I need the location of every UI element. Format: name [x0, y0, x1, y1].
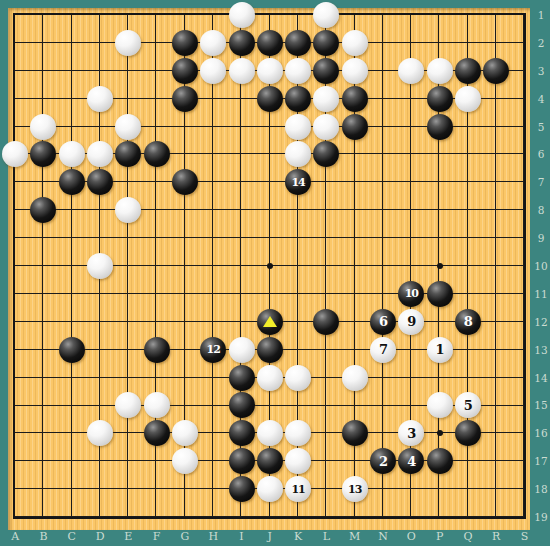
intersection-L3	[312, 57, 340, 85]
move-number-label: 6	[379, 315, 387, 328]
intersection-O16: 3	[397, 419, 425, 447]
white-stone-C6[interactable]	[59, 141, 85, 167]
intersection-N17: 2	[369, 447, 397, 475]
black-stone-J2[interactable]	[257, 30, 283, 56]
row-label-14: 14	[533, 364, 549, 392]
row-label-4: 4	[533, 85, 549, 113]
white-stone-E2[interactable]	[115, 30, 141, 56]
intersection-M3	[341, 57, 369, 85]
row-label-13: 13	[533, 336, 549, 364]
row-label-10: 10	[533, 252, 549, 280]
column-labels: ABCDEFGHIJKLMNOPQRS	[1, 528, 539, 544]
black-stone-B8[interactable]	[30, 197, 56, 223]
move-number-label: 2	[379, 455, 387, 468]
move-number-label: 7	[379, 343, 387, 356]
intersection-G3	[171, 57, 199, 85]
black-stone-G2[interactable]	[172, 30, 198, 56]
intersection-I3	[227, 57, 255, 85]
intersection-Q12: 8	[454, 308, 482, 336]
black-stone-L2[interactable]	[313, 30, 339, 56]
intersection-E15	[114, 391, 142, 419]
intersection-K14	[284, 364, 312, 392]
intersection-I13	[227, 336, 255, 364]
white-stone-J14[interactable]	[257, 365, 283, 391]
black-stone-Q12[interactable]: 8	[455, 309, 481, 335]
intersection-O3	[397, 57, 425, 85]
white-stone-E8[interactable]	[115, 197, 141, 223]
column-label-D: D	[86, 528, 114, 544]
white-stone-B5[interactable]	[30, 114, 56, 140]
intersection-K4	[284, 85, 312, 113]
white-stone-P15[interactable]	[427, 392, 453, 418]
intersection-G7	[171, 168, 199, 196]
move-number-label: 4	[407, 455, 415, 468]
black-stone-L6[interactable]	[313, 141, 339, 167]
intersection-I2	[227, 29, 255, 57]
intersection-L5	[312, 113, 340, 141]
intersection-L2	[312, 29, 340, 57]
row-label-18: 18	[533, 475, 549, 503]
black-stone-R3[interactable]	[483, 58, 509, 84]
black-stone-N12[interactable]: 6	[370, 309, 396, 335]
intersection-I17	[227, 447, 255, 475]
intersection-O17: 4	[397, 447, 425, 475]
white-stone-M18[interactable]: 13	[342, 476, 368, 502]
row-label-7: 7	[533, 168, 549, 196]
intersection-F16	[142, 419, 170, 447]
column-label-L: L	[312, 528, 340, 544]
intersection-I16	[227, 419, 255, 447]
intersection-I14	[227, 364, 255, 392]
row-label-2: 2	[533, 29, 549, 57]
black-stone-B6[interactable]	[30, 141, 56, 167]
white-stone-K5[interactable]	[285, 114, 311, 140]
row-label-15: 15	[533, 391, 549, 419]
star-point-dot	[437, 263, 443, 269]
intersection-C7	[58, 168, 86, 196]
move-number-label: 12	[207, 344, 220, 355]
move-number-label: 5	[464, 399, 472, 412]
row-label-6: 6	[533, 140, 549, 168]
intersection-C13	[58, 336, 86, 364]
intersection-O12: 9	[397, 308, 425, 336]
white-stone-K6[interactable]	[285, 141, 311, 167]
white-stone-E5[interactable]	[115, 114, 141, 140]
column-label-F: F	[142, 528, 170, 544]
black-stone-G3[interactable]	[172, 58, 198, 84]
star-point-dot	[267, 263, 273, 269]
intersection-J13	[256, 336, 284, 364]
white-stone-P3[interactable]	[427, 58, 453, 84]
move-number-label: 13	[348, 484, 361, 495]
black-stone-L3[interactable]	[313, 58, 339, 84]
black-stone-G4[interactable]	[172, 86, 198, 112]
intersection-E2	[114, 29, 142, 57]
intersection-I1	[227, 1, 255, 29]
black-stone-Q3[interactable]	[455, 58, 481, 84]
row-label-1: 1	[533, 1, 549, 29]
intersection-L1	[312, 1, 340, 29]
intersection-I15	[227, 391, 255, 419]
intersection-H13: 12	[199, 336, 227, 364]
black-stone-Q16[interactable]	[455, 420, 481, 446]
intersection-K18: 11	[284, 475, 312, 503]
white-stone-H2[interactable]	[200, 30, 226, 56]
intersection-A6	[1, 140, 29, 168]
black-stone-I16[interactable]	[229, 420, 255, 446]
intersection-J14	[256, 364, 284, 392]
intersection-K3	[284, 57, 312, 85]
intersection-D6	[86, 140, 114, 168]
black-stone-F6[interactable]	[144, 141, 170, 167]
column-label-O: O	[397, 528, 425, 544]
column-label-E: E	[114, 528, 142, 544]
intersection-M18: 13	[341, 475, 369, 503]
intersection-G2	[171, 29, 199, 57]
column-label-A: A	[1, 528, 29, 544]
intersection-P17	[425, 447, 453, 475]
intersection-B8	[29, 196, 57, 224]
intersection-D10	[86, 252, 114, 280]
black-stone-J4[interactable]	[257, 86, 283, 112]
column-label-B: B	[29, 528, 57, 544]
column-label-H: H	[199, 528, 227, 544]
intersection-J16	[256, 419, 284, 447]
black-stone-F16[interactable]	[144, 420, 170, 446]
row-label-12: 12	[533, 308, 549, 336]
row-label-3: 3	[533, 57, 549, 85]
white-stone-O12[interactable]: 9	[398, 309, 424, 335]
intersection-M5	[341, 113, 369, 141]
intersection-G4	[171, 85, 199, 113]
intersection-K7: 14	[284, 168, 312, 196]
black-stone-C7[interactable]	[59, 169, 85, 195]
white-stone-A6[interactable]	[2, 141, 28, 167]
black-stone-M16[interactable]	[342, 420, 368, 446]
row-label-16: 16	[533, 419, 549, 447]
black-stone-J17[interactable]	[257, 448, 283, 474]
intersection-F13	[142, 336, 170, 364]
black-stone-D7[interactable]	[87, 169, 113, 195]
black-stone-P5[interactable]	[427, 114, 453, 140]
column-label-G: G	[171, 528, 199, 544]
row-label-17: 17	[533, 447, 549, 475]
intersection-J3	[256, 57, 284, 85]
column-label-P: P	[425, 528, 453, 544]
move-number-label: 8	[464, 315, 472, 328]
white-stone-M3[interactable]	[342, 58, 368, 84]
intersection-E6	[114, 140, 142, 168]
intersection-J17	[256, 447, 284, 475]
white-stone-D4[interactable]	[87, 86, 113, 112]
black-stone-I14[interactable]	[229, 365, 255, 391]
black-stone-I15[interactable]	[229, 392, 255, 418]
intersection-J2	[256, 29, 284, 57]
intersection-M4	[341, 85, 369, 113]
white-stone-M14[interactable]	[342, 365, 368, 391]
intersection-N12: 6	[369, 308, 397, 336]
row-labels: 12345678910111213141516171819	[533, 1, 549, 531]
white-stone-L5[interactable]	[313, 114, 339, 140]
intersection-C6	[58, 140, 86, 168]
intersection-M14	[341, 364, 369, 392]
intersection-D16	[86, 419, 114, 447]
white-stone-I3[interactable]	[229, 58, 255, 84]
white-stone-M2[interactable]	[342, 30, 368, 56]
row-label-11: 11	[533, 280, 549, 308]
black-stone-O11[interactable]: 10	[398, 281, 424, 307]
row-label-9: 9	[533, 224, 549, 252]
intersection-P5	[425, 113, 453, 141]
move-number-label: 10	[405, 288, 418, 299]
intersection-J4	[256, 85, 284, 113]
intersection-N13: 7	[369, 336, 397, 364]
intersection-P3	[425, 57, 453, 85]
white-stone-L4[interactable]	[313, 86, 339, 112]
intersection-D7	[86, 168, 114, 196]
black-stone-G7[interactable]	[172, 169, 198, 195]
white-stone-E15[interactable]	[115, 392, 141, 418]
white-stone-O3[interactable]	[398, 58, 424, 84]
star-point-J10	[256, 252, 284, 280]
black-stone-I18[interactable]	[229, 476, 255, 502]
move-number-label: 3	[407, 427, 415, 440]
intersection-Q3	[454, 57, 482, 85]
intersection-Q4	[454, 85, 482, 113]
black-stone-K7[interactable]: 14	[285, 169, 311, 195]
white-stone-I13[interactable]	[229, 337, 255, 363]
white-stone-J16[interactable]	[257, 420, 283, 446]
move-number-label: 11	[291, 484, 304, 495]
white-stone-K17[interactable]	[285, 448, 311, 474]
intersection-K16	[284, 419, 312, 447]
black-stone-C13[interactable]	[59, 337, 85, 363]
white-stone-N13[interactable]: 7	[370, 337, 396, 363]
intersection-L4	[312, 85, 340, 113]
intersection-H3	[199, 57, 227, 85]
white-stone-O16[interactable]: 3	[398, 420, 424, 446]
white-stone-Q4[interactable]	[455, 86, 481, 112]
white-stone-G17[interactable]	[172, 448, 198, 474]
white-stone-D16[interactable]	[87, 420, 113, 446]
intersection-G17	[171, 447, 199, 475]
black-stone-J13[interactable]	[257, 337, 283, 363]
star-point-dot	[437, 430, 443, 436]
black-stone-M4[interactable]	[342, 86, 368, 112]
star-point-P10	[425, 252, 453, 280]
black-stone-H13[interactable]: 12	[200, 337, 226, 363]
intersection-J18	[256, 475, 284, 503]
white-stone-K18[interactable]: 11	[285, 476, 311, 502]
white-stone-P13[interactable]: 1	[427, 337, 453, 363]
intersection-K6	[284, 140, 312, 168]
column-label-N: N	[369, 528, 397, 544]
column-label-I: I	[227, 528, 255, 544]
black-stone-P4[interactable]	[427, 86, 453, 112]
column-label-M: M	[341, 528, 369, 544]
move-number-label: 9	[407, 315, 415, 328]
column-label-C: C	[58, 528, 86, 544]
intersection-Q16	[454, 419, 482, 447]
move-number-label: 14	[291, 177, 304, 188]
black-stone-N17[interactable]: 2	[370, 448, 396, 474]
intersection-O11: 10	[397, 280, 425, 308]
white-stone-K16[interactable]	[285, 420, 311, 446]
intersection-F15	[142, 391, 170, 419]
white-stone-J3[interactable]	[257, 58, 283, 84]
white-stone-F15[interactable]	[144, 392, 170, 418]
star-point-P16	[425, 419, 453, 447]
intersection-I18	[227, 475, 255, 503]
black-stone-P11[interactable]	[427, 281, 453, 307]
stones-layer: 1410698127153241113	[1, 1, 539, 531]
white-stone-K3[interactable]	[285, 58, 311, 84]
black-stone-E6[interactable]	[115, 141, 141, 167]
black-stone-P17[interactable]	[427, 448, 453, 474]
black-stone-O17[interactable]: 4	[398, 448, 424, 474]
intersection-R3	[482, 57, 510, 85]
intersection-P15	[425, 391, 453, 419]
white-stone-D10[interactable]	[87, 253, 113, 279]
intersection-J12	[256, 308, 284, 336]
black-stone-J12[interactable]	[257, 309, 283, 335]
intersection-P13: 1	[425, 336, 453, 364]
row-label-19: 19	[533, 503, 549, 531]
column-label-R: R	[482, 528, 510, 544]
white-stone-Q15[interactable]: 5	[455, 392, 481, 418]
white-stone-K14[interactable]	[285, 365, 311, 391]
intersection-P4	[425, 85, 453, 113]
intersection-B6	[29, 140, 57, 168]
intersection-H2	[199, 29, 227, 57]
row-label-8: 8	[533, 196, 549, 224]
intersection-M2	[341, 29, 369, 57]
black-stone-M5[interactable]	[342, 114, 368, 140]
intersection-E5	[114, 113, 142, 141]
column-label-Q: Q	[454, 528, 482, 544]
black-stone-K4[interactable]	[285, 86, 311, 112]
intersection-K5	[284, 113, 312, 141]
black-stone-I17[interactable]	[229, 448, 255, 474]
intersection-M16	[341, 419, 369, 447]
black-stone-K2[interactable]	[285, 30, 311, 56]
intersection-K17	[284, 447, 312, 475]
black-stone-L12[interactable]	[313, 309, 339, 335]
row-label-5: 5	[533, 113, 549, 141]
intersection-D4	[86, 85, 114, 113]
white-stone-I1[interactable]	[229, 2, 255, 28]
intersection-P11	[425, 280, 453, 308]
white-stone-H3[interactable]	[200, 58, 226, 84]
intersection-F6	[142, 140, 170, 168]
intersection-K2	[284, 29, 312, 57]
intersection-G16	[171, 419, 199, 447]
column-label-J: J	[256, 528, 284, 544]
intersection-L6	[312, 140, 340, 168]
move-number-label: 1	[436, 343, 444, 356]
intersection-E8	[114, 196, 142, 224]
triangle-marker	[263, 316, 277, 327]
white-stone-J18[interactable]	[257, 476, 283, 502]
intersection-B5	[29, 113, 57, 141]
white-stone-G16[interactable]	[172, 420, 198, 446]
white-stone-D6[interactable]	[87, 141, 113, 167]
intersection-L12	[312, 308, 340, 336]
column-label-K: K	[284, 528, 312, 544]
black-stone-F13[interactable]	[144, 337, 170, 363]
white-stone-L1[interactable]	[313, 2, 339, 28]
intersection-Q15: 5	[454, 391, 482, 419]
black-stone-I2[interactable]	[229, 30, 255, 56]
go-diagram-screen: 1410698127153241113 ABCDEFGHIJKLMNOPQRS …	[0, 0, 550, 546]
